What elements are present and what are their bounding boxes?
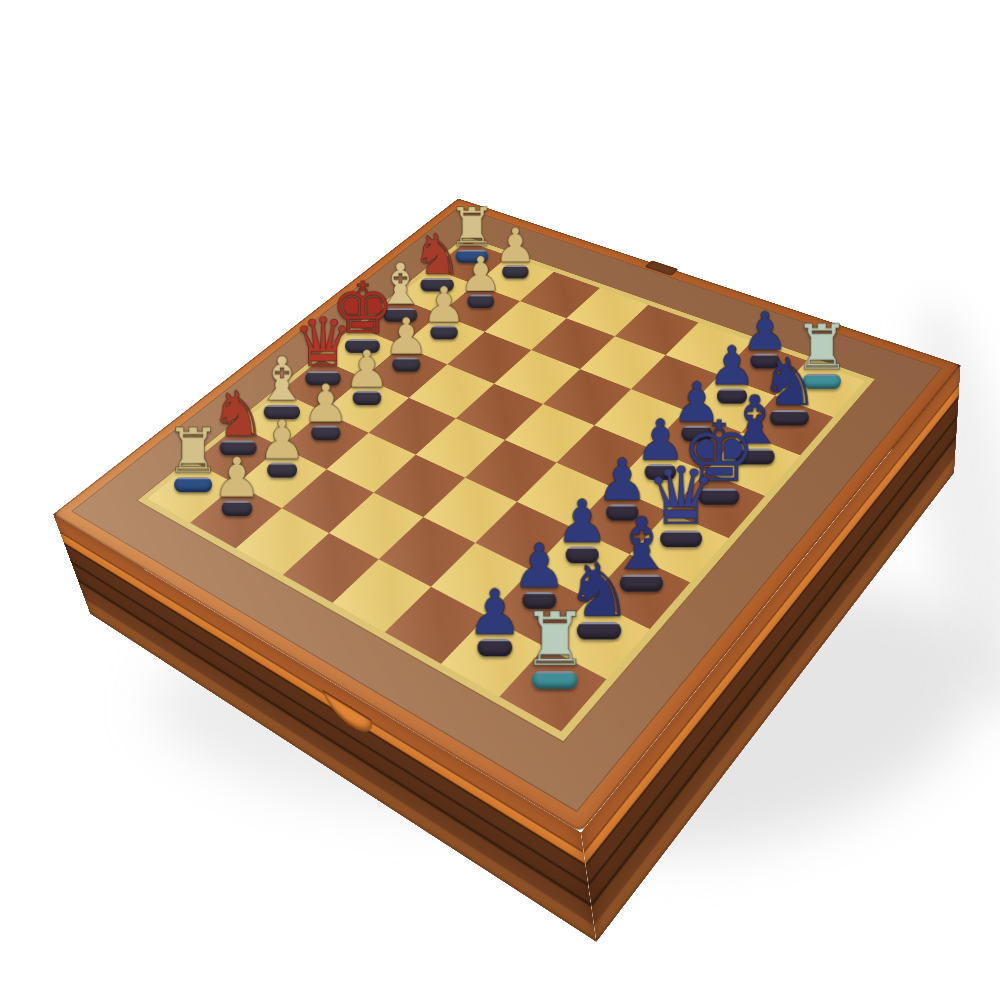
piece-base-drum [222, 501, 253, 516]
case-top: ♜♞♝♛♚♝♞♜♟♟♟♟♟♟♟♟♟♟♟♟♟♟♟♟♜♞♝♛♚♝♞♜ [53, 198, 960, 832]
rook-glyph: ♜ [522, 603, 589, 677]
piece-base-drum [532, 671, 578, 689]
pawn-glyph: ♟ [213, 451, 263, 506]
product-photo: ♜♞♝♛♚♝♞♜♟♟♟♟♟♟♟♟♟♟♟♟♟♟♟♟♜♞♝♛♚♝♞♜ [0, 0, 1000, 1000]
scene: ♜♞♝♛♚♝♞♜♟♟♟♟♟♟♟♟♟♟♟♟♟♟♟♟♜♞♝♛♚♝♞♜ [0, 0, 1000, 1000]
camera-tilt: ♜♞♝♛♚♝♞♜♟♟♟♟♟♟♟♟♟♟♟♟♟♟♟♟♜♞♝♛♚♝♞♜ [0, 0, 1000, 1000]
